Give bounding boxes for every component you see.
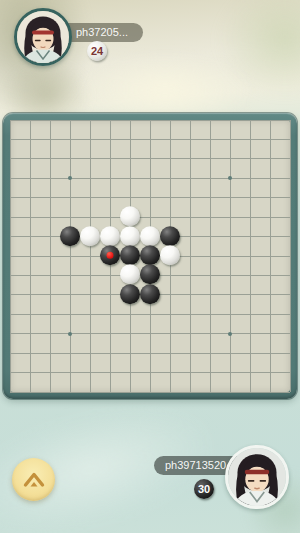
- white-stone: [100, 226, 120, 246]
- white-stone: [120, 265, 140, 285]
- board-surface: [10, 120, 290, 392]
- white-stone: [160, 245, 180, 265]
- grid-line: [10, 353, 290, 354]
- grid-line: [270, 120, 271, 392]
- chevron-up-icon: [19, 465, 49, 495]
- grid-line: [250, 120, 251, 392]
- black-stone: [100, 245, 120, 265]
- menu-button[interactable]: [12, 458, 55, 501]
- star-point: [68, 332, 72, 336]
- star-point: [228, 332, 232, 336]
- player-bottom-score-badge: 30: [194, 479, 214, 499]
- grid-line: [10, 392, 290, 393]
- gomoku-board: [3, 113, 297, 399]
- grid-line: [230, 120, 231, 392]
- grid-line: [210, 120, 211, 392]
- black-stone: [160, 226, 180, 246]
- last-move-marker: [107, 252, 114, 259]
- black-stone: [60, 226, 80, 246]
- star-point: [228, 176, 232, 180]
- grid-line: [190, 120, 191, 392]
- white-stone: [80, 226, 100, 246]
- background-foliage-top-right: [220, 0, 300, 95]
- grid-line: [10, 314, 290, 315]
- app-screen: ph37205... 24 ph39713520...: [0, 0, 300, 533]
- black-stone: [140, 284, 160, 304]
- player-bottom-avatar[interactable]: [225, 445, 289, 509]
- white-stone: [120, 226, 140, 246]
- black-stone: [140, 245, 160, 265]
- black-stone: [140, 265, 160, 285]
- black-stone: [120, 245, 140, 265]
- grid-line: [10, 372, 290, 373]
- player-top-avatar[interactable]: [14, 8, 72, 66]
- player-top-score-badge: 24: [87, 41, 107, 61]
- grid-line: [290, 120, 291, 392]
- player-bottom-avatar-art: [228, 448, 286, 506]
- black-stone: [120, 284, 140, 304]
- grid-line: [10, 333, 290, 334]
- player-top-avatar-art: [17, 11, 69, 63]
- star-point: [68, 176, 72, 180]
- white-stone: [140, 226, 160, 246]
- board-grid[interactable]: [10, 120, 290, 392]
- white-stone: [120, 206, 140, 226]
